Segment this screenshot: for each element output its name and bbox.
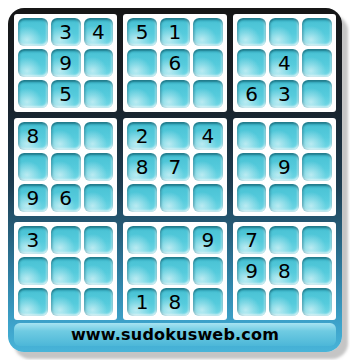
cell-r4c2[interactable] [51, 122, 81, 150]
sudoku-board-blocks: 3495516463896248793918798 [14, 14, 336, 320]
cell-r8c4[interactable] [127, 257, 157, 285]
cell-r4c4[interactable]: 2 [127, 122, 157, 150]
cell-r6c4[interactable] [127, 184, 157, 212]
cell-r1c5[interactable]: 1 [160, 18, 190, 46]
cell-r1c4[interactable]: 5 [127, 18, 157, 46]
block-r2c2: 2487 [123, 118, 226, 216]
cell-r9c9[interactable] [302, 288, 332, 316]
cell-r4c5[interactable] [160, 122, 190, 150]
cell-r2c9[interactable] [302, 49, 332, 77]
cell-r3c8[interactable]: 3 [269, 80, 299, 108]
cell-r3c1[interactable] [18, 80, 48, 108]
cell-r8c7[interactable]: 9 [237, 257, 267, 285]
cell-r1c3[interactable]: 4 [84, 18, 114, 46]
cell-r2c6[interactable] [193, 49, 223, 77]
cell-r5c4[interactable]: 8 [127, 153, 157, 181]
cell-r6c1[interactable]: 9 [18, 184, 48, 212]
cell-r3c9[interactable] [302, 80, 332, 108]
cell-r6c7[interactable] [237, 184, 267, 212]
cell-r6c8[interactable] [269, 184, 299, 212]
cell-r9c7[interactable] [237, 288, 267, 316]
cell-r8c5[interactable] [160, 257, 190, 285]
cell-r6c2[interactable]: 6 [51, 184, 81, 212]
cell-r9c1[interactable] [18, 288, 48, 316]
cell-r4c8[interactable] [269, 122, 299, 150]
cell-r8c1[interactable] [18, 257, 48, 285]
block-r1c2: 516 [123, 14, 226, 112]
cell-r2c7[interactable] [237, 49, 267, 77]
cell-r8c3[interactable] [84, 257, 114, 285]
cell-r4c9[interactable] [302, 122, 332, 150]
cell-r7c5[interactable] [160, 226, 190, 254]
cell-r1c9[interactable] [302, 18, 332, 46]
cell-r1c1[interactable] [18, 18, 48, 46]
cell-r9c6[interactable] [193, 288, 223, 316]
cell-r2c5[interactable]: 6 [160, 49, 190, 77]
cell-r7c1[interactable]: 3 [18, 226, 48, 254]
cell-r6c5[interactable] [160, 184, 190, 212]
cell-r5c3[interactable] [84, 153, 114, 181]
cell-r5c6[interactable] [193, 153, 223, 181]
website-url-text: www.sudokusweb.com [71, 325, 279, 344]
cell-r1c2[interactable]: 3 [51, 18, 81, 46]
block-r1c1: 3495 [14, 14, 117, 112]
cell-r3c7[interactable]: 6 [237, 80, 267, 108]
cell-r9c4[interactable]: 1 [127, 288, 157, 316]
cell-r7c4[interactable] [127, 226, 157, 254]
block-r2c1: 896 [14, 118, 117, 216]
cell-r6c6[interactable] [193, 184, 223, 212]
cell-r9c5[interactable]: 8 [160, 288, 190, 316]
cell-r3c6[interactable] [193, 80, 223, 108]
cell-r7c7[interactable]: 7 [237, 226, 267, 254]
cell-r3c5[interactable] [160, 80, 190, 108]
cell-r5c7[interactable] [237, 153, 267, 181]
cell-r3c3[interactable] [84, 80, 114, 108]
cell-r9c8[interactable] [269, 288, 299, 316]
block-r3c3: 798 [233, 222, 336, 320]
sudoku-board: 3495516463896248793918798 www.sudokusweb… [8, 8, 342, 352]
cell-r1c7[interactable] [237, 18, 267, 46]
page: 3495516463896248793918798 www.sudokusweb… [0, 0, 350, 360]
cell-r5c8[interactable]: 9 [269, 153, 299, 181]
cell-r2c8[interactable]: 4 [269, 49, 299, 77]
block-r3c2: 918 [123, 222, 226, 320]
cell-r3c2[interactable]: 5 [51, 80, 81, 108]
cell-r8c2[interactable] [51, 257, 81, 285]
cell-r2c2[interactable]: 9 [51, 49, 81, 77]
cell-r5c1[interactable] [18, 153, 48, 181]
cell-r5c2[interactable] [51, 153, 81, 181]
cell-r5c9[interactable] [302, 153, 332, 181]
cell-r4c6[interactable]: 4 [193, 122, 223, 150]
cell-r6c9[interactable] [302, 184, 332, 212]
cell-r4c1[interactable]: 8 [18, 122, 48, 150]
cell-r5c5[interactable]: 7 [160, 153, 190, 181]
cell-r6c3[interactable] [84, 184, 114, 212]
cell-r4c3[interactable] [84, 122, 114, 150]
cell-r7c8[interactable] [269, 226, 299, 254]
cell-r2c3[interactable] [84, 49, 114, 77]
cell-r8c9[interactable] [302, 257, 332, 285]
cell-r7c2[interactable] [51, 226, 81, 254]
cell-r8c6[interactable] [193, 257, 223, 285]
block-r2c3: 9 [233, 118, 336, 216]
cell-r1c6[interactable] [193, 18, 223, 46]
cell-r1c8[interactable] [269, 18, 299, 46]
cell-r3c4[interactable] [127, 80, 157, 108]
cell-r7c9[interactable] [302, 226, 332, 254]
cell-r4c7[interactable] [237, 122, 267, 150]
block-r3c1: 3 [14, 222, 117, 320]
cell-r2c4[interactable] [127, 49, 157, 77]
cell-r8c8[interactable]: 8 [269, 257, 299, 285]
cell-r7c6[interactable]: 9 [193, 226, 223, 254]
block-r1c3: 463 [233, 14, 336, 112]
cell-r9c2[interactable] [51, 288, 81, 316]
cell-r2c1[interactable] [18, 49, 48, 77]
cell-r9c3[interactable] [84, 288, 114, 316]
website-footer: www.sudokusweb.com [14, 323, 336, 346]
cell-r7c3[interactable] [84, 226, 114, 254]
